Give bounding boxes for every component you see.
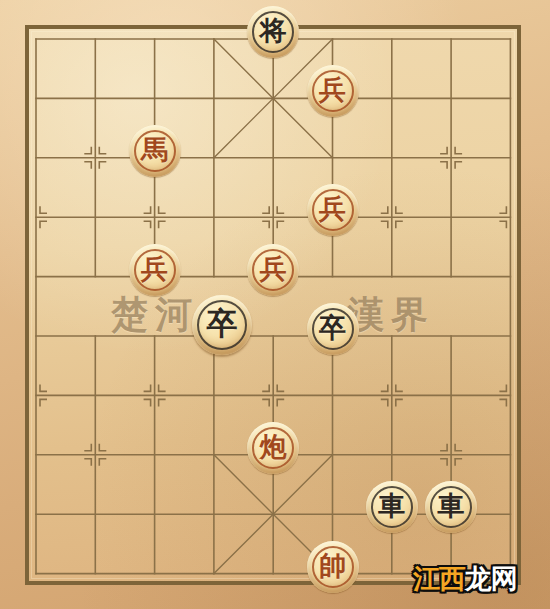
watermark-part1: 江西 xyxy=(413,563,465,594)
piece-black-soldier-2[interactable]: 卒 xyxy=(307,303,359,355)
piece-black-chariot-1[interactable]: 車 xyxy=(366,481,418,533)
piece-glyph: 卒 xyxy=(192,295,252,353)
piece-black-chariot-2[interactable]: 車 xyxy=(425,481,477,533)
piece-red-soldier-4[interactable]: 兵 xyxy=(247,244,299,296)
xiangqi-app: 楚河 漢界 将兵馬兵兵兵卒卒炮車車帥 江西龙网 xyxy=(0,0,550,609)
piece-red-horse[interactable]: 馬 xyxy=(129,125,181,177)
piece-glyph: 車 xyxy=(425,481,477,531)
piece-glyph: 兵 xyxy=(307,65,359,115)
piece-glyph: 帥 xyxy=(307,541,359,591)
piece-black-soldier-1[interactable]: 卒 xyxy=(192,295,252,355)
piece-glyph: 炮 xyxy=(247,422,299,472)
watermark: 江西龙网 xyxy=(413,561,517,597)
river-label-han-jie: 漢界 xyxy=(347,290,435,340)
piece-red-general[interactable]: 帥 xyxy=(307,541,359,593)
watermark-part2: 龙网 xyxy=(465,563,517,594)
piece-glyph: 車 xyxy=(366,481,418,531)
piece-glyph: 兵 xyxy=(247,244,299,294)
piece-red-soldier-2[interactable]: 兵 xyxy=(307,184,359,236)
piece-glyph: 兵 xyxy=(307,184,359,234)
piece-red-soldier-3[interactable]: 兵 xyxy=(129,244,181,296)
piece-red-soldier-1[interactable]: 兵 xyxy=(307,65,359,117)
river-label-chu-he: 楚河 xyxy=(111,290,199,340)
piece-glyph: 馬 xyxy=(129,125,181,175)
piece-glyph: 兵 xyxy=(129,244,181,294)
piece-black-general[interactable]: 将 xyxy=(247,6,299,58)
piece-glyph: 将 xyxy=(247,6,299,56)
piece-red-cannon[interactable]: 炮 xyxy=(247,422,299,474)
piece-glyph: 卒 xyxy=(307,303,359,353)
